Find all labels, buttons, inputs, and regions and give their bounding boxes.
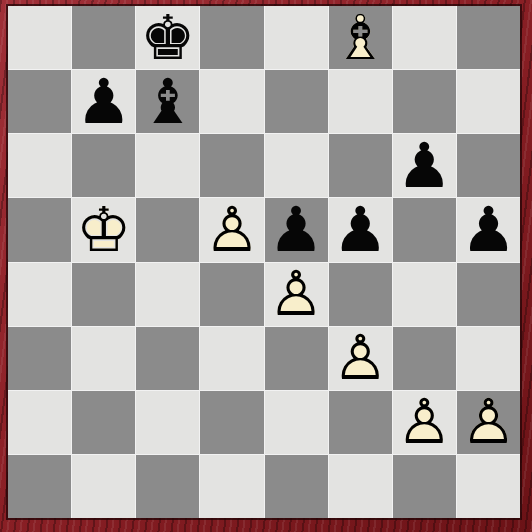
square-f6[interactable] [329,134,392,197]
king-outline-glyph: ♔ [76,199,132,261]
square-f3[interactable]: ♟♙ [329,327,392,390]
square-d6[interactable] [200,134,263,197]
square-h4[interactable] [457,263,520,326]
pawn-outline-glyph: ♙ [204,199,260,261]
square-c8[interactable]: ♚ [136,6,199,69]
square-c7[interactable]: ♝ [136,70,199,133]
square-a3[interactable] [8,327,71,390]
square-b4[interactable] [72,263,135,326]
square-g6[interactable]: ♟ [393,134,456,197]
square-f4[interactable] [329,263,392,326]
square-b8[interactable] [72,6,135,69]
square-e5[interactable]: ♟ [265,198,328,261]
black-pawn[interactable]: ♟ [393,134,456,197]
square-a5[interactable] [8,198,71,261]
pawn-glyph: ♟ [332,199,388,261]
square-d5[interactable]: ♟♙ [200,198,263,261]
square-f2[interactable] [329,391,392,454]
square-a4[interactable] [8,263,71,326]
pawn-outline-glyph: ♙ [268,263,324,325]
black-pawn[interactable]: ♟ [72,70,135,133]
square-g8[interactable] [393,6,456,69]
square-d1[interactable] [200,455,263,518]
square-e6[interactable] [265,134,328,197]
pawn-glyph: ♟ [76,71,132,133]
square-a1[interactable] [8,455,71,518]
square-g1[interactable] [393,455,456,518]
white-pawn[interactable]: ♟♙ [329,327,392,390]
square-a2[interactable] [8,391,71,454]
pawn-glyph: ♟ [461,199,517,261]
square-a6[interactable] [8,134,71,197]
square-g3[interactable] [393,327,456,390]
square-h8[interactable] [457,6,520,69]
square-e3[interactable] [265,327,328,390]
pawn-outline-glyph: ♙ [397,391,453,453]
square-b2[interactable] [72,391,135,454]
white-pawn[interactable]: ♟♙ [457,391,520,454]
square-e2[interactable] [265,391,328,454]
white-pawn[interactable]: ♟♙ [265,263,328,326]
square-g2[interactable]: ♟♙ [393,391,456,454]
square-f1[interactable] [329,455,392,518]
pawn-outline-glyph: ♙ [461,391,517,453]
square-h3[interactable] [457,327,520,390]
square-h7[interactable] [457,70,520,133]
square-g5[interactable] [393,198,456,261]
bishop-glyph: ♝ [140,71,196,133]
pawn-glyph: ♟ [397,135,453,197]
black-king[interactable]: ♚ [136,6,199,69]
square-f7[interactable] [329,70,392,133]
square-e1[interactable] [265,455,328,518]
square-a8[interactable] [8,6,71,69]
white-king[interactable]: ♚♔ [72,198,135,261]
square-d7[interactable] [200,70,263,133]
black-bishop[interactable]: ♝ [136,70,199,133]
square-c2[interactable] [136,391,199,454]
black-pawn[interactable]: ♟ [457,198,520,261]
chessboard: ♚♝♗♟♝♟♚♔♟♙♟♟♟♟♙♟♙♟♙♟♙ [8,6,520,518]
square-b6[interactable] [72,134,135,197]
square-d4[interactable] [200,263,263,326]
square-e8[interactable] [265,6,328,69]
square-h1[interactable] [457,455,520,518]
black-pawn[interactable]: ♟ [265,198,328,261]
square-b5[interactable]: ♚♔ [72,198,135,261]
square-c3[interactable] [136,327,199,390]
square-b1[interactable] [72,455,135,518]
square-h2[interactable]: ♟♙ [457,391,520,454]
square-d3[interactable] [200,327,263,390]
square-d8[interactable] [200,6,263,69]
square-b3[interactable] [72,327,135,390]
square-e4[interactable]: ♟♙ [265,263,328,326]
pawn-glyph: ♟ [268,199,324,261]
white-pawn[interactable]: ♟♙ [393,391,456,454]
pawn-outline-glyph: ♙ [332,327,388,389]
square-f8[interactable]: ♝♗ [329,6,392,69]
square-a7[interactable] [8,70,71,133]
square-e7[interactable] [265,70,328,133]
square-c4[interactable] [136,263,199,326]
black-pawn[interactable]: ♟ [329,198,392,261]
square-c6[interactable] [136,134,199,197]
square-h5[interactable]: ♟ [457,198,520,261]
square-d2[interactable] [200,391,263,454]
square-h6[interactable] [457,134,520,197]
king-glyph: ♚ [140,7,196,69]
board-frame: ♚♝♗♟♝♟♚♔♟♙♟♟♟♟♙♟♙♟♙♟♙ [0,0,532,532]
square-c5[interactable] [136,198,199,261]
square-g4[interactable] [393,263,456,326]
square-g7[interactable] [393,70,456,133]
white-bishop[interactable]: ♝♗ [329,6,392,69]
square-f5[interactable]: ♟ [329,198,392,261]
white-pawn[interactable]: ♟♙ [200,198,263,261]
square-b7[interactable]: ♟ [72,70,135,133]
square-c1[interactable] [136,455,199,518]
bishop-outline-glyph: ♗ [332,7,388,69]
